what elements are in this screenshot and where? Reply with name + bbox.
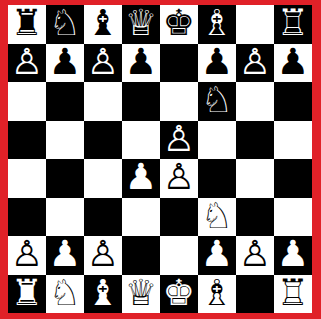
square-e2[interactable] xyxy=(160,236,198,275)
piece-white-pawn: ♟︎ xyxy=(125,159,157,195)
piece-black-rook: ♜︎ xyxy=(11,5,43,41)
square-d1[interactable]: ♕︎ xyxy=(122,275,160,314)
square-f2[interactable]: ♟︎ xyxy=(198,236,236,275)
square-b2[interactable]: ♟︎ xyxy=(46,236,84,275)
square-b8[interactable]: ♘︎ xyxy=(46,5,84,44)
square-g4[interactable] xyxy=(236,159,274,198)
square-d6[interactable] xyxy=(122,82,160,121)
square-e5[interactable]: ♙︎ xyxy=(160,121,198,160)
square-h5[interactable] xyxy=(274,121,312,160)
square-h2[interactable]: ♟︎ xyxy=(274,236,312,275)
square-f5[interactable] xyxy=(198,121,236,160)
piece-black-pawn: ♙︎ xyxy=(163,121,195,157)
square-a5[interactable] xyxy=(8,121,46,160)
square-c6[interactable] xyxy=(84,82,122,121)
piece-white-rook: ♜︎ xyxy=(11,275,43,311)
square-a6[interactable] xyxy=(8,82,46,121)
square-g2[interactable]: ♙︎ xyxy=(236,236,274,275)
square-a4[interactable] xyxy=(8,159,46,198)
square-h1[interactable]: ♖︎ xyxy=(274,275,312,314)
piece-white-pawn: ♟︎ xyxy=(49,236,81,272)
piece-black-pawn: ♟︎ xyxy=(49,44,81,80)
piece-black-pawn: ♟︎ xyxy=(201,44,233,80)
square-d4[interactable]: ♟︎ xyxy=(122,159,160,198)
square-g7[interactable]: ♙︎ xyxy=(236,44,274,83)
square-h7[interactable]: ♟︎ xyxy=(274,44,312,83)
square-a3[interactable] xyxy=(8,198,46,237)
board-frame: ♜︎♘︎♝︎♕︎♚︎♗︎♖︎♙︎♟︎♙︎♟︎♟︎♙︎♟︎♘︎♙︎♟︎♙︎♘︎♙︎… xyxy=(0,0,321,319)
piece-white-queen: ♕︎ xyxy=(125,275,157,311)
square-c2[interactable]: ♙︎ xyxy=(84,236,122,275)
square-g6[interactable] xyxy=(236,82,274,121)
square-g3[interactable] xyxy=(236,198,274,237)
square-f3[interactable]: ♘︎ xyxy=(198,198,236,237)
square-a8[interactable]: ♜︎ xyxy=(8,5,46,44)
piece-black-pawn: ♙︎ xyxy=(11,44,43,80)
piece-black-pawn: ♙︎ xyxy=(87,44,119,80)
square-h8[interactable]: ♖︎ xyxy=(274,5,312,44)
piece-black-bishop: ♝︎ xyxy=(87,5,119,41)
square-b5[interactable] xyxy=(46,121,84,160)
piece-white-knight: ♘︎ xyxy=(201,198,233,234)
square-b1[interactable]: ♘︎ xyxy=(46,275,84,314)
square-f7[interactable]: ♟︎ xyxy=(198,44,236,83)
piece-white-bishop: ♗︎ xyxy=(201,275,233,311)
piece-black-queen: ♕︎ xyxy=(125,5,157,41)
piece-black-knight: ♘︎ xyxy=(201,82,233,118)
square-f6[interactable]: ♘︎ xyxy=(198,82,236,121)
piece-black-pawn: ♟︎ xyxy=(125,44,157,80)
square-a7[interactable]: ♙︎ xyxy=(8,44,46,83)
square-f1[interactable]: ♗︎ xyxy=(198,275,236,314)
square-d2[interactable] xyxy=(122,236,160,275)
piece-white-pawn: ♟︎ xyxy=(277,236,309,272)
square-e3[interactable] xyxy=(160,198,198,237)
piece-black-bishop: ♗︎ xyxy=(201,5,233,41)
piece-white-pawn: ♟︎ xyxy=(201,236,233,272)
square-b6[interactable] xyxy=(46,82,84,121)
square-h6[interactable] xyxy=(274,82,312,121)
piece-black-king: ♚︎ xyxy=(163,5,195,41)
square-f8[interactable]: ♗︎ xyxy=(198,5,236,44)
piece-black-knight: ♘︎ xyxy=(49,5,81,41)
piece-white-king: ♚︎ xyxy=(163,275,195,311)
square-e8[interactable]: ♚︎ xyxy=(160,5,198,44)
square-e7[interactable] xyxy=(160,44,198,83)
square-a1[interactable]: ♜︎ xyxy=(8,275,46,314)
chess-board: ♜︎♘︎♝︎♕︎♚︎♗︎♖︎♙︎♟︎♙︎♟︎♟︎♙︎♟︎♘︎♙︎♟︎♙︎♘︎♙︎… xyxy=(8,5,312,313)
piece-black-pawn: ♙︎ xyxy=(239,44,271,80)
piece-black-pawn: ♟︎ xyxy=(277,44,309,80)
square-d7[interactable]: ♟︎ xyxy=(122,44,160,83)
square-c5[interactable] xyxy=(84,121,122,160)
square-d3[interactable] xyxy=(122,198,160,237)
square-d5[interactable] xyxy=(122,121,160,160)
piece-white-pawn: ♙︎ xyxy=(163,159,195,195)
square-e6[interactable] xyxy=(160,82,198,121)
piece-white-pawn: ♙︎ xyxy=(87,236,119,272)
square-c1[interactable]: ♝︎ xyxy=(84,275,122,314)
square-b7[interactable]: ♟︎ xyxy=(46,44,84,83)
square-h4[interactable] xyxy=(274,159,312,198)
piece-white-pawn: ♙︎ xyxy=(239,236,271,272)
square-c7[interactable]: ♙︎ xyxy=(84,44,122,83)
square-g8[interactable] xyxy=(236,5,274,44)
piece-white-bishop: ♝︎ xyxy=(87,275,119,311)
square-h3[interactable] xyxy=(274,198,312,237)
square-c8[interactable]: ♝︎ xyxy=(84,5,122,44)
square-c3[interactable] xyxy=(84,198,122,237)
square-f4[interactable] xyxy=(198,159,236,198)
square-g5[interactable] xyxy=(236,121,274,160)
piece-white-rook: ♖︎ xyxy=(277,275,309,311)
square-d8[interactable]: ♕︎ xyxy=(122,5,160,44)
piece-white-knight: ♘︎ xyxy=(49,275,81,311)
piece-black-rook: ♖︎ xyxy=(277,5,309,41)
square-g1[interactable] xyxy=(236,275,274,314)
piece-white-pawn: ♙︎ xyxy=(11,236,43,272)
square-b4[interactable] xyxy=(46,159,84,198)
square-c4[interactable] xyxy=(84,159,122,198)
square-e1[interactable]: ♚︎ xyxy=(160,275,198,314)
square-a2[interactable]: ♙︎ xyxy=(8,236,46,275)
square-b3[interactable] xyxy=(46,198,84,237)
square-e4[interactable]: ♙︎ xyxy=(160,159,198,198)
